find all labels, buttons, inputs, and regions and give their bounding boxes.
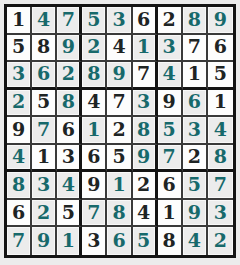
- cell-r7c9[interactable]: 7: [208, 172, 233, 200]
- cell-r9c9[interactable]: 2: [208, 227, 233, 255]
- cell-r3c2[interactable]: 6: [32, 62, 57, 90]
- cell-r1c3[interactable]: 7: [57, 7, 82, 35]
- cell-r4c6[interactable]: 3: [133, 90, 158, 118]
- cell-r5c8[interactable]: 3: [183, 117, 208, 145]
- cell-r5c9[interactable]: 4: [208, 117, 233, 145]
- cell-r6c9[interactable]: 8: [208, 145, 233, 173]
- cell-r4c9[interactable]: 1: [208, 90, 233, 118]
- cell-r1c7[interactable]: 2: [158, 7, 183, 35]
- cell-r3c5[interactable]: 9: [107, 62, 132, 90]
- cell-r7c3[interactable]: 4: [57, 172, 82, 200]
- cell-r7c1[interactable]: 8: [7, 172, 32, 200]
- cell-r5c5[interactable]: 2: [107, 117, 132, 145]
- cell-r7c5[interactable]: 1: [107, 172, 132, 200]
- cell-r5c4[interactable]: 1: [82, 117, 107, 145]
- cell-r8c3[interactable]: 5: [57, 200, 82, 228]
- cell-r1c8[interactable]: 8: [183, 7, 208, 35]
- cell-r6c2[interactable]: 1: [32, 145, 57, 173]
- cell-r6c6[interactable]: 9: [133, 145, 158, 173]
- cell-r4c1[interactable]: 2: [7, 90, 32, 118]
- cell-r1c9[interactable]: 9: [208, 7, 233, 35]
- cell-r2c4[interactable]: 2: [82, 35, 107, 63]
- cell-r8c2[interactable]: 2: [32, 200, 57, 228]
- cell-r2c6[interactable]: 1: [133, 35, 158, 63]
- cell-r8c9[interactable]: 3: [208, 200, 233, 228]
- cell-r4c4[interactable]: 4: [82, 90, 107, 118]
- cell-r3c8[interactable]: 1: [183, 62, 208, 90]
- cell-r6c3[interactable]: 3: [57, 145, 82, 173]
- cell-r8c1[interactable]: 6: [7, 200, 32, 228]
- cell-r5c6[interactable]: 8: [133, 117, 158, 145]
- cell-r5c1[interactable]: 9: [7, 117, 32, 145]
- cell-r8c7[interactable]: 1: [158, 200, 183, 228]
- cell-r1c2[interactable]: 4: [32, 7, 57, 35]
- cell-r2c1[interactable]: 5: [7, 35, 32, 63]
- cell-r9c5[interactable]: 6: [107, 227, 132, 255]
- cell-r2c7[interactable]: 3: [158, 35, 183, 63]
- cell-r8c4[interactable]: 7: [82, 200, 107, 228]
- cell-r7c7[interactable]: 6: [158, 172, 183, 200]
- cell-r5c2[interactable]: 7: [32, 117, 57, 145]
- cell-r1c1[interactable]: 1: [7, 7, 32, 35]
- cell-r2c8[interactable]: 7: [183, 35, 208, 63]
- cell-r1c4[interactable]: 5: [82, 7, 107, 35]
- cell-r1c6[interactable]: 6: [133, 7, 158, 35]
- cell-r7c6[interactable]: 2: [133, 172, 158, 200]
- cell-r8c8[interactable]: 9: [183, 200, 208, 228]
- cell-r3c7[interactable]: 4: [158, 62, 183, 90]
- cell-r4c5[interactable]: 7: [107, 90, 132, 118]
- cell-r6c5[interactable]: 5: [107, 145, 132, 173]
- cell-r9c7[interactable]: 8: [158, 227, 183, 255]
- cell-r3c9[interactable]: 5: [208, 62, 233, 90]
- cell-r6c4[interactable]: 6: [82, 145, 107, 173]
- cell-r2c2[interactable]: 8: [32, 35, 57, 63]
- sudoku-board: 1475362895892413763628974152584739619761…: [4, 4, 236, 258]
- cell-r8c5[interactable]: 8: [107, 200, 132, 228]
- cell-r2c9[interactable]: 6: [208, 35, 233, 63]
- cell-r3c4[interactable]: 8: [82, 62, 107, 90]
- cell-r3c3[interactable]: 2: [57, 62, 82, 90]
- cell-r5c7[interactable]: 5: [158, 117, 183, 145]
- cell-r2c3[interactable]: 9: [57, 35, 82, 63]
- cell-r9c6[interactable]: 5: [133, 227, 158, 255]
- cell-r7c8[interactable]: 5: [183, 172, 208, 200]
- cell-r6c1[interactable]: 4: [7, 145, 32, 173]
- cell-r7c4[interactable]: 9: [82, 172, 107, 200]
- cell-r9c1[interactable]: 7: [7, 227, 32, 255]
- cell-r3c6[interactable]: 7: [133, 62, 158, 90]
- cell-r6c7[interactable]: 7: [158, 145, 183, 173]
- cell-r4c3[interactable]: 8: [57, 90, 82, 118]
- cell-r2c5[interactable]: 4: [107, 35, 132, 63]
- cell-r8c6[interactable]: 4: [133, 200, 158, 228]
- cell-r9c4[interactable]: 3: [82, 227, 107, 255]
- cell-r9c2[interactable]: 9: [32, 227, 57, 255]
- cell-r4c8[interactable]: 6: [183, 90, 208, 118]
- cell-r4c2[interactable]: 5: [32, 90, 57, 118]
- cell-r9c3[interactable]: 1: [57, 227, 82, 255]
- page-background: 1475362895892413763628974152584739619761…: [0, 0, 240, 265]
- cell-r9c8[interactable]: 4: [183, 227, 208, 255]
- cell-r7c2[interactable]: 3: [32, 172, 57, 200]
- cell-r1c5[interactable]: 3: [107, 7, 132, 35]
- cell-r6c8[interactable]: 2: [183, 145, 208, 173]
- cell-r5c3[interactable]: 6: [57, 117, 82, 145]
- cell-r3c1[interactable]: 3: [7, 62, 32, 90]
- cell-r4c7[interactable]: 9: [158, 90, 183, 118]
